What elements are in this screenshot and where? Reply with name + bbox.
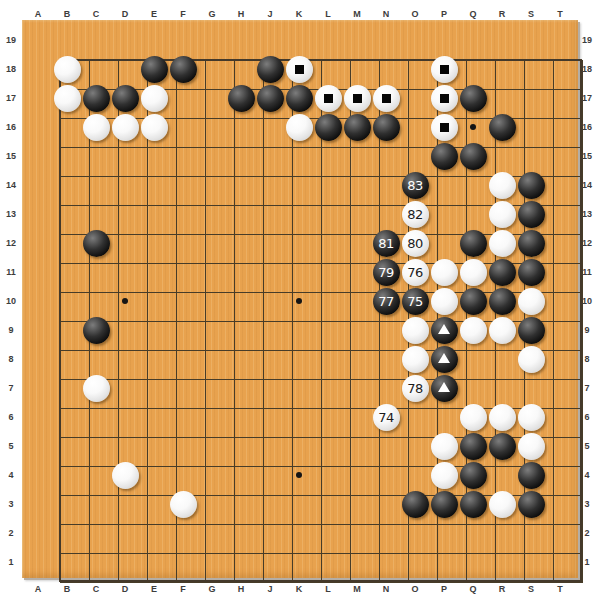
- coord-label-bottom-D: D: [122, 584, 129, 594]
- coord-label-top-N: N: [383, 9, 390, 19]
- coord-label-left-17: 17: [6, 93, 16, 103]
- coord-label-bottom-B: B: [64, 584, 71, 594]
- coord-label-right-18: 18: [582, 64, 592, 74]
- coord-label-top-F: F: [180, 9, 186, 19]
- coord-label-right-16: 16: [582, 122, 592, 132]
- coord-label-bottom-K: K: [296, 584, 303, 594]
- coord-label-top-B: B: [64, 9, 71, 19]
- coord-label-right-14: 14: [582, 180, 592, 190]
- coord-label-right-9: 9: [584, 325, 589, 335]
- coord-label-top-Q: Q: [469, 9, 476, 19]
- coord-label-right-6: 6: [584, 412, 589, 422]
- coord-label-left-11: 11: [6, 267, 16, 277]
- coord-label-bottom-E: E: [151, 584, 157, 594]
- coord-label-left-19: 19: [6, 35, 16, 45]
- coord-label-top-P: P: [441, 9, 447, 19]
- coord-label-top-C: C: [93, 9, 100, 19]
- coord-label-left-16: 16: [6, 122, 16, 132]
- coord-label-top-A: A: [35, 9, 42, 19]
- coord-label-right-4: 4: [584, 470, 589, 480]
- coord-label-top-H: H: [238, 9, 245, 19]
- coord-label-left-6: 6: [8, 412, 13, 422]
- coord-label-right-15: 15: [582, 151, 592, 161]
- coord-label-bottom-J: J: [267, 584, 272, 594]
- coord-label-left-12: 12: [6, 238, 16, 248]
- coord-label-right-17: 17: [582, 93, 592, 103]
- coord-label-left-14: 14: [6, 180, 16, 190]
- coord-label-left-4: 4: [8, 470, 13, 480]
- coord-label-top-G: G: [208, 9, 215, 19]
- coord-label-bottom-Q: Q: [469, 584, 476, 594]
- coord-label-left-10: 10: [6, 296, 16, 306]
- coord-label-top-K: K: [296, 9, 303, 19]
- coord-label-right-3: 3: [584, 499, 589, 509]
- coord-label-left-9: 9: [8, 325, 13, 335]
- coord-label-bottom-T: T: [557, 584, 563, 594]
- coord-label-left-7: 7: [8, 383, 13, 393]
- coord-label-right-11: 11: [582, 267, 592, 277]
- coord-label-top-J: J: [267, 9, 272, 19]
- coord-label-left-2: 2: [8, 528, 13, 538]
- coord-label-left-15: 15: [6, 151, 16, 161]
- coord-label-right-7: 7: [584, 383, 589, 393]
- coord-label-top-L: L: [325, 9, 331, 19]
- coord-label-right-12: 12: [582, 238, 592, 248]
- coord-label-right-2: 2: [584, 528, 589, 538]
- coord-label-bottom-L: L: [325, 584, 331, 594]
- coord-label-top-O: O: [411, 9, 418, 19]
- coord-label-right-1: 1: [584, 557, 589, 567]
- coord-label-bottom-R: R: [499, 584, 506, 594]
- coord-label-bottom-A: A: [35, 584, 42, 594]
- go-board[interactable]: [22, 20, 578, 578]
- coord-label-bottom-C: C: [93, 584, 100, 594]
- coord-label-bottom-N: N: [383, 584, 390, 594]
- coord-label-bottom-O: O: [411, 584, 418, 594]
- coord-label-left-8: 8: [8, 354, 13, 364]
- coord-label-bottom-F: F: [180, 584, 186, 594]
- coord-label-bottom-G: G: [208, 584, 215, 594]
- coord-label-left-18: 18: [6, 64, 16, 74]
- coord-label-top-M: M: [353, 9, 361, 19]
- coord-label-right-8: 8: [584, 354, 589, 364]
- coord-label-bottom-M: M: [353, 584, 361, 594]
- coord-label-left-5: 5: [8, 441, 13, 451]
- grid-border: [59, 59, 582, 582]
- coord-label-left-1: 1: [8, 557, 13, 567]
- coord-label-bottom-S: S: [528, 584, 534, 594]
- coord-label-top-T: T: [557, 9, 563, 19]
- coord-label-right-19: 19: [582, 35, 592, 45]
- coord-label-bottom-H: H: [238, 584, 245, 594]
- coord-label-top-E: E: [151, 9, 157, 19]
- coord-label-bottom-P: P: [441, 584, 447, 594]
- coord-label-left-3: 3: [8, 499, 13, 509]
- coord-label-right-13: 13: [582, 209, 592, 219]
- coord-label-left-13: 13: [6, 209, 16, 219]
- coord-label-top-S: S: [528, 9, 534, 19]
- coord-label-right-5: 5: [584, 441, 589, 451]
- go-diagram-page: 83828180797677757874 AABBCCDDEEFFGGHHJJK…: [0, 0, 600, 600]
- coord-label-right-10: 10: [582, 296, 592, 306]
- coord-label-top-R: R: [499, 9, 506, 19]
- coord-label-top-D: D: [122, 9, 129, 19]
